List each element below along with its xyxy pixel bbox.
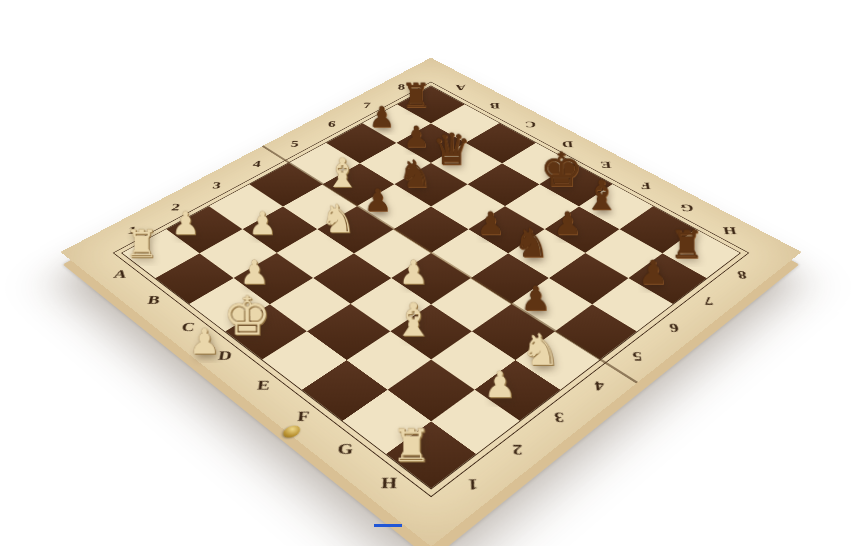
- file-label-c: C: [180, 320, 196, 334]
- rank-label-right-7: 7: [702, 294, 714, 308]
- file-label-far-a: A: [455, 83, 466, 92]
- rank-label-right-5: 5: [631, 348, 643, 363]
- rank-label-right-6: 6: [667, 320, 679, 334]
- black-pawn-piece: ♟: [552, 207, 580, 239]
- rank-label-right-3: 3: [553, 408, 564, 425]
- file-label-g: G: [336, 441, 353, 458]
- chess-board: ABCDEFGH ABCDEFGH 87654321 87654321 ♜♚♝♜…: [60, 58, 801, 546]
- rank-label-8: 8: [397, 83, 405, 92]
- file-label-h: H: [380, 474, 396, 492]
- rank-label-right-4: 4: [593, 378, 605, 394]
- square-f2: [346, 331, 430, 389]
- file-label-far-c: C: [524, 119, 536, 129]
- rank-label-1: 1: [126, 224, 138, 236]
- file-label-e: E: [255, 378, 270, 394]
- file-label-a: A: [112, 268, 128, 281]
- rank-label-right-8: 8: [735, 268, 747, 281]
- rank-label-2: 2: [169, 202, 180, 214]
- page-artifact-bar: [374, 524, 402, 527]
- rank-label-6: 6: [327, 119, 336, 129]
- file-label-far-d: D: [561, 139, 573, 149]
- file-label-far-f: F: [639, 180, 651, 191]
- rank-label-right-2: 2: [511, 441, 522, 458]
- rank-label-5: 5: [290, 139, 299, 149]
- white-pawn-piece: ♟: [399, 256, 429, 289]
- photo-scene: ABCDEFGH ABCDEFGH 87654321 87654321 ♜♚♝♜…: [0, 0, 861, 546]
- file-label-b: B: [146, 294, 161, 308]
- black-pawn-piece: ♟: [637, 256, 667, 289]
- chess-board-3d-wrap: ABCDEFGH ABCDEFGH 87654321 87654321 ♜♚♝♜…: [60, 58, 801, 546]
- file-label-far-e: E: [599, 159, 611, 170]
- file-label-far-g: G: [678, 202, 693, 214]
- file-label-far-h: H: [721, 224, 737, 236]
- rank-label-7: 7: [363, 101, 371, 111]
- rank-label-4: 4: [251, 159, 261, 170]
- file-label-far-b: B: [489, 101, 500, 111]
- file-label-f: F: [296, 408, 310, 425]
- board-grid: ♜♚♝♜♟♟♛♟♟♞♟♞♝♟♟♞♟♞♟♝♟♟♟♜♚♜: [121, 86, 741, 490]
- rank-label-right-1: 1: [467, 474, 478, 492]
- rank-label-3: 3: [211, 180, 221, 191]
